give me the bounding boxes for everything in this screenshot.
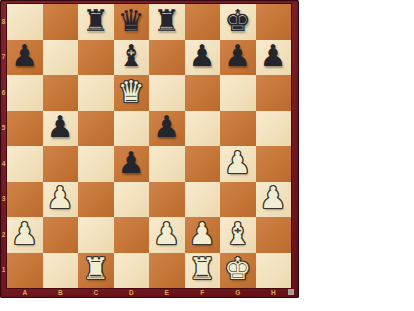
file-label-g: G — [233, 289, 242, 297]
black-queen-piece: ♛ — [118, 6, 145, 36]
board-logo-icon — [288, 289, 294, 295]
file-label-e: E — [162, 289, 171, 297]
square-g6 — [220, 75, 256, 111]
square-e7 — [149, 40, 185, 76]
square-b1 — [43, 253, 79, 289]
square-a1 — [7, 253, 43, 289]
square-b6 — [43, 75, 79, 111]
square-a8 — [7, 4, 43, 40]
black-pawn-piece: ♟ — [47, 112, 74, 142]
square-f2: ♟ — [185, 217, 221, 253]
square-d7: ♝ — [114, 40, 150, 76]
square-e1 — [149, 253, 185, 289]
chess-board: ♜♛♜♚♟♝♟♟♟♛♟♟♟♟♟♟♟♟♟♝♜♜♚ 87654321ABCDEFGH — [0, 0, 299, 298]
rank-label-8: 8 — [0, 18, 7, 26]
white-king-piece: ♚ — [224, 254, 251, 284]
square-b4 — [43, 146, 79, 182]
square-d4: ♟ — [114, 146, 150, 182]
square-e8: ♜ — [149, 4, 185, 40]
square-b2 — [43, 217, 79, 253]
square-b7 — [43, 40, 79, 76]
white-queen-piece: ♛ — [118, 77, 145, 107]
file-label-d: D — [127, 289, 136, 297]
square-h5 — [256, 111, 292, 147]
square-c1: ♜ — [78, 253, 114, 289]
square-h3: ♟ — [256, 182, 292, 218]
square-g1: ♚ — [220, 253, 256, 289]
square-f6 — [185, 75, 221, 111]
square-h8 — [256, 4, 292, 40]
white-pawn-piece: ♟ — [47, 183, 74, 213]
square-g3 — [220, 182, 256, 218]
square-c2 — [78, 217, 114, 253]
file-label-a: A — [20, 289, 29, 297]
square-g8: ♚ — [220, 4, 256, 40]
black-pawn-piece: ♟ — [260, 41, 287, 71]
square-c4 — [78, 146, 114, 182]
black-pawn-piece: ♟ — [11, 41, 38, 71]
square-h1 — [256, 253, 292, 289]
black-bishop-piece: ♝ — [118, 41, 145, 71]
square-h2 — [256, 217, 292, 253]
square-h7: ♟ — [256, 40, 292, 76]
file-label-h: H — [269, 289, 278, 297]
page: ♜♛♜♚♟♝♟♟♟♛♟♟♟♟♟♟♟♟♟♝♜♜♚ 87654321ABCDEFGH — [0, 0, 414, 311]
square-a5 — [7, 111, 43, 147]
square-d5 — [114, 111, 150, 147]
file-label-c: C — [91, 289, 100, 297]
black-rook-piece: ♜ — [82, 6, 109, 36]
rank-label-6: 6 — [0, 89, 7, 97]
rank-label-1: 1 — [0, 266, 7, 274]
black-pawn-piece: ♟ — [224, 41, 251, 71]
square-f3 — [185, 182, 221, 218]
file-label-f: F — [198, 289, 207, 297]
black-king-piece: ♚ — [224, 6, 251, 36]
square-g5 — [220, 111, 256, 147]
square-h4 — [256, 146, 292, 182]
square-f5 — [185, 111, 221, 147]
square-c8: ♜ — [78, 4, 114, 40]
square-e4 — [149, 146, 185, 182]
square-a2: ♟ — [7, 217, 43, 253]
square-d3 — [114, 182, 150, 218]
white-rook-piece: ♜ — [82, 254, 109, 284]
black-pawn-piece: ♟ — [118, 148, 145, 178]
rank-label-4: 4 — [0, 160, 7, 168]
white-bishop-piece: ♝ — [224, 219, 251, 249]
board-grid: ♜♛♜♚♟♝♟♟♟♛♟♟♟♟♟♟♟♟♟♝♜♜♚ — [7, 4, 291, 288]
square-f1: ♜ — [185, 253, 221, 289]
square-f8 — [185, 4, 221, 40]
square-b3: ♟ — [43, 182, 79, 218]
square-f4 — [185, 146, 221, 182]
square-a6 — [7, 75, 43, 111]
rank-label-5: 5 — [0, 124, 7, 132]
square-c6 — [78, 75, 114, 111]
square-g4: ♟ — [220, 146, 256, 182]
square-c3 — [78, 182, 114, 218]
square-d6: ♛ — [114, 75, 150, 111]
square-g7: ♟ — [220, 40, 256, 76]
square-a4 — [7, 146, 43, 182]
square-h6 — [256, 75, 292, 111]
rank-label-3: 3 — [0, 195, 7, 203]
white-pawn-piece: ♟ — [260, 183, 287, 213]
rank-label-7: 7 — [0, 53, 7, 61]
white-pawn-piece: ♟ — [11, 219, 38, 249]
square-d8: ♛ — [114, 4, 150, 40]
square-b8 — [43, 4, 79, 40]
file-label-b: B — [56, 289, 65, 297]
rank-label-2: 2 — [0, 231, 7, 239]
square-f7: ♟ — [185, 40, 221, 76]
square-e3 — [149, 182, 185, 218]
white-rook-piece: ♜ — [189, 254, 216, 284]
white-pawn-piece: ♟ — [153, 219, 180, 249]
square-e5: ♟ — [149, 111, 185, 147]
square-b5: ♟ — [43, 111, 79, 147]
square-a3 — [7, 182, 43, 218]
white-pawn-piece: ♟ — [224, 148, 251, 178]
square-c5 — [78, 111, 114, 147]
square-d2 — [114, 217, 150, 253]
black-pawn-piece: ♟ — [153, 112, 180, 142]
square-c7 — [78, 40, 114, 76]
square-e2: ♟ — [149, 217, 185, 253]
black-pawn-piece: ♟ — [189, 41, 216, 71]
black-rook-piece: ♜ — [153, 6, 180, 36]
white-pawn-piece: ♟ — [189, 219, 216, 249]
square-a7: ♟ — [7, 40, 43, 76]
square-e6 — [149, 75, 185, 111]
square-d1 — [114, 253, 150, 289]
square-g2: ♝ — [220, 217, 256, 253]
